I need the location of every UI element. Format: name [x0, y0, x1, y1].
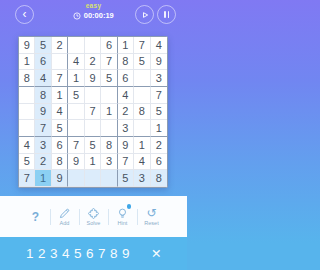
cell-r5c2[interactable]: 9	[35, 104, 51, 121]
cell-r1c6[interactable]: 6	[101, 37, 117, 54]
clock-icon	[73, 12, 81, 20]
cell-r3c4[interactable]: 1	[68, 70, 84, 87]
cell-r7c5[interactable]: 5	[85, 137, 101, 154]
cell-r4c3[interactable]: 1	[52, 87, 68, 104]
cell-r3c5[interactable]: 9	[85, 70, 101, 87]
cell-r2c6[interactable]: 7	[101, 54, 117, 71]
cell-r6c6[interactable]	[101, 120, 117, 137]
cell-r4c5[interactable]	[85, 87, 101, 104]
cell-r5c9[interactable]: 5	[151, 104, 167, 121]
cell-r2c9[interactable]: 9	[151, 54, 167, 71]
tool-hint-button[interactable]: Hint	[109, 206, 137, 227]
number-pad: 123456789✕	[0, 237, 187, 270]
question-icon: ?	[32, 210, 39, 224]
tool-reset-button[interactable]: ↺Reset	[138, 206, 166, 227]
numpad-key-9[interactable]: 9	[122, 246, 130, 261]
cell-r6c5[interactable]	[85, 120, 101, 137]
cell-r2c2[interactable]: 6	[35, 54, 51, 71]
tool-help-button[interactable]: ?	[22, 210, 50, 224]
numpad-key-5[interactable]: 5	[74, 246, 82, 261]
cell-r1c4[interactable]	[68, 37, 84, 54]
cell-r3c8[interactable]	[134, 70, 150, 87]
tools-panel: ?AddSolveHint↺Reset	[0, 196, 187, 237]
numpad-key-1[interactable]: 1	[26, 246, 34, 261]
cell-r9c6[interactable]	[101, 170, 117, 187]
numpad-key-4[interactable]: 4	[62, 246, 70, 261]
cell-r6c3[interactable]: 5	[52, 120, 68, 137]
cell-r2c1[interactable]: 1	[19, 54, 35, 71]
cell-r1c9[interactable]: 4	[151, 37, 167, 54]
pencil-icon	[58, 207, 71, 220]
cell-r5c4[interactable]	[68, 104, 84, 121]
cell-r9c8[interactable]: 3	[134, 170, 150, 187]
cell-r9c9[interactable]: 8	[151, 170, 167, 187]
cell-r8c5[interactable]: 1	[85, 154, 101, 171]
cell-r5c7[interactable]: 2	[118, 104, 134, 121]
cell-r8c6[interactable]: 3	[101, 154, 117, 171]
cell-r4c9[interactable]: 7	[151, 87, 167, 104]
tool-hint-label: Hint	[118, 221, 128, 227]
numpad-key-3[interactable]: 3	[50, 246, 58, 261]
cell-r5c3[interactable]: 4	[52, 104, 68, 121]
cell-r9c5[interactable]	[85, 170, 101, 187]
cell-r2c3[interactable]	[52, 54, 68, 71]
cell-r8c8[interactable]: 4	[134, 154, 150, 171]
cell-r2c7[interactable]: 8	[118, 54, 134, 71]
sudoku-board: 9526174164278598471956381547947128575314…	[18, 36, 168, 188]
tool-solve-button[interactable]: Solve	[80, 206, 108, 227]
cell-r6c4[interactable]	[68, 120, 84, 137]
cell-r7c7[interactable]: 9	[118, 137, 134, 154]
cell-r5c6[interactable]: 1	[101, 104, 117, 121]
cell-r4c1[interactable]	[19, 87, 35, 104]
cell-r4c7[interactable]: 4	[118, 87, 134, 104]
pause-icon	[164, 11, 166, 18]
cell-r1c2[interactable]: 5	[35, 37, 51, 54]
cell-r2c8[interactable]: 5	[134, 54, 150, 71]
cell-r3c6[interactable]: 5	[101, 70, 117, 87]
cell-r3c7[interactable]: 6	[118, 70, 134, 87]
cell-r7c6[interactable]: 8	[101, 137, 117, 154]
cell-r3c1[interactable]: 8	[19, 70, 35, 87]
cell-r9c7[interactable]: 5	[118, 170, 134, 187]
cell-r9c1[interactable]: 7	[19, 170, 35, 187]
cell-r3c9[interactable]: 3	[151, 70, 167, 87]
cell-r2c5[interactable]: 2	[85, 54, 101, 71]
cell-r5c5[interactable]: 7	[85, 104, 101, 121]
cell-r8c4[interactable]: 9	[68, 154, 84, 171]
cell-r1c7[interactable]: 1	[118, 37, 134, 54]
cell-r6c8[interactable]	[134, 120, 150, 137]
tool-reset-label: Reset	[144, 221, 158, 227]
cell-r3c2[interactable]: 4	[35, 70, 51, 87]
cell-r7c1[interactable]: 4	[19, 137, 35, 154]
numpad-delete-button[interactable]: ✕	[151, 246, 161, 261]
cell-r4c2[interactable]: 8	[35, 87, 51, 104]
play-icon	[140, 10, 150, 20]
cell-r1c5[interactable]	[85, 37, 101, 54]
cell-r6c7[interactable]: 3	[118, 120, 134, 137]
cell-r7c2[interactable]: 3	[35, 137, 51, 154]
numpad-key-7[interactable]: 7	[98, 246, 106, 261]
cell-r7c9[interactable]: 2	[151, 137, 167, 154]
cell-r8c9[interactable]: 6	[151, 154, 167, 171]
reset-icon: ↺	[146, 207, 156, 219]
cell-r7c4[interactable]: 7	[68, 137, 84, 154]
cell-r9c3[interactable]: 9	[52, 170, 68, 187]
cell-r7c3[interactable]: 6	[52, 137, 68, 154]
numpad-key-2[interactable]: 2	[38, 246, 46, 261]
cell-r8c7[interactable]: 7	[118, 154, 134, 171]
cell-r2c4[interactable]: 4	[68, 54, 84, 71]
cell-r4c8[interactable]	[134, 87, 150, 104]
numpad-key-8[interactable]: 8	[110, 246, 118, 261]
cell-r9c4[interactable]	[68, 170, 84, 187]
cell-r4c6[interactable]	[101, 87, 117, 104]
cell-r6c2[interactable]: 7	[35, 120, 51, 137]
cell-r1c3[interactable]: 2	[52, 37, 68, 54]
cell-r6c1[interactable]	[19, 120, 35, 137]
sound-button[interactable]	[135, 5, 154, 24]
hint-badge	[127, 204, 132, 209]
puzzle-icon	[87, 207, 100, 220]
cell-r7c8[interactable]: 1	[134, 137, 150, 154]
cell-r9c2[interactable]: 1	[35, 170, 51, 187]
cell-r5c1[interactable]	[19, 104, 35, 121]
cell-r3c3[interactable]: 7	[52, 70, 68, 87]
tool-solve-label: Solve	[87, 221, 101, 227]
tool-add-button[interactable]: Add	[51, 206, 79, 227]
numpad-key-6[interactable]: 6	[86, 246, 94, 261]
cell-r8c3[interactable]: 8	[52, 154, 68, 171]
cell-r6c9[interactable]: 1	[151, 120, 167, 137]
cell-r8c1[interactable]: 5	[19, 154, 35, 171]
cell-r1c8[interactable]: 7	[134, 37, 150, 54]
cell-r5c8[interactable]: 8	[134, 104, 150, 121]
pause-button[interactable]	[157, 5, 176, 24]
cell-r4c4[interactable]: 5	[68, 87, 84, 104]
cell-r8c2[interactable]: 2	[35, 154, 51, 171]
cell-r1c1[interactable]: 9	[19, 37, 35, 54]
tool-add-label: Add	[60, 221, 70, 227]
timer-value: 00:00:19	[84, 11, 114, 20]
